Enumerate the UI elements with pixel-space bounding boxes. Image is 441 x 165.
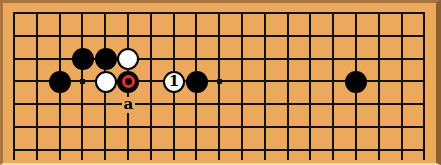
intersection	[322, 70, 345, 93]
intersection	[117, 70, 140, 93]
intersection	[208, 25, 231, 48]
intersection	[94, 48, 117, 71]
intersection	[277, 139, 300, 162]
intersection	[345, 2, 368, 25]
intersection	[117, 139, 140, 162]
intersection	[391, 25, 414, 48]
intersection	[254, 93, 277, 116]
intersection	[322, 116, 345, 139]
go-board: 1a	[0, 0, 441, 165]
stone-black	[345, 71, 367, 93]
intersection	[71, 2, 94, 25]
intersection	[254, 116, 277, 139]
intersection	[345, 48, 368, 71]
point-label-a: a	[122, 97, 136, 113]
intersection	[299, 70, 322, 93]
intersection: 1	[163, 70, 186, 93]
intersection	[71, 116, 94, 139]
intersection	[49, 2, 72, 25]
intersection	[26, 93, 49, 116]
intersection	[26, 139, 49, 162]
intersection	[140, 25, 163, 48]
intersection	[368, 70, 391, 93]
intersection	[277, 116, 300, 139]
intersection	[391, 2, 414, 25]
intersection	[391, 93, 414, 116]
intersection	[3, 48, 26, 71]
intersection	[185, 116, 208, 139]
intersection	[26, 2, 49, 25]
intersection	[3, 93, 26, 116]
intersection	[299, 93, 322, 116]
intersection	[368, 25, 391, 48]
intersection	[49, 116, 72, 139]
intersection	[71, 48, 94, 71]
intersection	[185, 139, 208, 162]
intersection	[254, 139, 277, 162]
intersection	[391, 139, 414, 162]
intersection	[231, 70, 254, 93]
intersection	[94, 139, 117, 162]
intersection	[94, 25, 117, 48]
intersection	[322, 25, 345, 48]
stone-black	[95, 48, 117, 70]
intersection	[163, 93, 186, 116]
intersection	[49, 48, 72, 71]
intersection	[322, 139, 345, 162]
intersection	[345, 70, 368, 93]
intersection	[413, 139, 436, 162]
intersection	[163, 2, 186, 25]
intersection	[3, 70, 26, 93]
intersection	[71, 139, 94, 162]
intersection	[163, 139, 186, 162]
intersection	[208, 2, 231, 25]
intersection	[231, 48, 254, 71]
intersection	[299, 139, 322, 162]
stone-white	[95, 71, 117, 93]
red-circle-marker	[122, 75, 135, 88]
intersection	[345, 93, 368, 116]
stone-black-marked	[117, 71, 139, 93]
intersection	[368, 93, 391, 116]
intersection	[94, 93, 117, 116]
intersection	[117, 2, 140, 25]
intersection	[208, 70, 231, 93]
intersection	[299, 2, 322, 25]
intersection	[26, 25, 49, 48]
intersection	[26, 116, 49, 139]
intersection	[413, 25, 436, 48]
intersection	[413, 93, 436, 116]
stone-black	[186, 71, 208, 93]
intersection	[345, 116, 368, 139]
intersection	[163, 48, 186, 71]
intersection	[140, 2, 163, 25]
stone-black	[72, 48, 94, 70]
intersection	[3, 139, 26, 162]
intersection	[94, 2, 117, 25]
intersection	[231, 93, 254, 116]
intersection	[391, 116, 414, 139]
intersection	[254, 2, 277, 25]
intersection	[71, 70, 94, 93]
intersection	[322, 93, 345, 116]
intersection	[254, 70, 277, 93]
intersection	[185, 25, 208, 48]
intersection	[208, 93, 231, 116]
intersection: a	[117, 93, 140, 116]
intersection	[185, 2, 208, 25]
intersection	[208, 48, 231, 71]
intersection	[368, 116, 391, 139]
intersection	[117, 116, 140, 139]
move-number: 1	[169, 74, 179, 89]
intersection	[231, 116, 254, 139]
intersection	[277, 25, 300, 48]
intersection	[49, 93, 72, 116]
stone-white: 1	[163, 71, 185, 93]
intersection	[163, 25, 186, 48]
star-point	[80, 79, 85, 84]
intersection	[299, 25, 322, 48]
intersection	[163, 116, 186, 139]
intersection	[322, 48, 345, 71]
intersection	[254, 48, 277, 71]
intersection	[94, 116, 117, 139]
intersection	[254, 25, 277, 48]
intersection	[185, 93, 208, 116]
intersection	[71, 25, 94, 48]
intersection	[345, 25, 368, 48]
intersection	[140, 93, 163, 116]
intersection	[3, 2, 26, 25]
intersection	[71, 93, 94, 116]
intersection	[413, 48, 436, 71]
intersection	[140, 70, 163, 93]
intersection	[231, 2, 254, 25]
intersection	[185, 70, 208, 93]
intersection	[413, 70, 436, 93]
star-point	[217, 79, 222, 84]
intersection	[117, 48, 140, 71]
intersection	[277, 93, 300, 116]
intersection	[140, 139, 163, 162]
intersection	[49, 25, 72, 48]
intersection	[231, 25, 254, 48]
stone-white	[117, 48, 139, 70]
intersection	[26, 48, 49, 71]
intersection	[368, 139, 391, 162]
intersection	[26, 70, 49, 93]
intersection	[391, 70, 414, 93]
intersection	[3, 116, 26, 139]
intersection	[94, 70, 117, 93]
intersection	[345, 139, 368, 162]
intersection	[299, 116, 322, 139]
intersection	[413, 116, 436, 139]
go-board-grid: 1a	[3, 2, 436, 162]
intersection	[185, 48, 208, 71]
intersection	[322, 2, 345, 25]
intersection	[208, 116, 231, 139]
intersection	[368, 2, 391, 25]
intersection	[49, 70, 72, 93]
intersection	[368, 48, 391, 71]
intersection	[49, 139, 72, 162]
intersection	[3, 25, 26, 48]
intersection	[277, 2, 300, 25]
intersection	[117, 25, 140, 48]
intersection	[231, 139, 254, 162]
intersection	[140, 116, 163, 139]
intersection	[299, 48, 322, 71]
intersection	[277, 70, 300, 93]
intersection	[208, 139, 231, 162]
stone-black	[49, 71, 71, 93]
intersection	[140, 48, 163, 71]
intersection	[413, 2, 436, 25]
intersection	[391, 48, 414, 71]
intersection	[277, 48, 300, 71]
